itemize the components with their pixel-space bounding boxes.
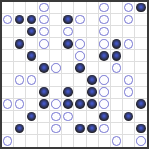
cell-r7c9[interactable] bbox=[99, 74, 111, 86]
black-pearl bbox=[75, 99, 85, 109]
cell-r7c2[interactable] bbox=[14, 74, 26, 86]
cell-r6c5[interactable] bbox=[50, 62, 62, 74]
white-pearl bbox=[51, 99, 61, 109]
cell-r12c7[interactable] bbox=[74, 135, 86, 147]
black-pearl bbox=[87, 124, 97, 134]
cell-r12c6[interactable] bbox=[62, 135, 74, 147]
cell-r6c8[interactable] bbox=[87, 62, 99, 74]
white-pearl bbox=[99, 99, 109, 109]
white-pearl bbox=[63, 27, 73, 37]
cell-r3c4[interactable] bbox=[38, 26, 50, 38]
cell-r12c1[interactable] bbox=[2, 135, 14, 147]
white-pearl bbox=[75, 39, 85, 49]
cell-r10c11[interactable] bbox=[123, 111, 135, 123]
cell-r4c1[interactable] bbox=[2, 38, 14, 50]
white-pearl bbox=[15, 75, 25, 85]
black-pearl bbox=[136, 99, 146, 109]
cell-r7c6[interactable] bbox=[62, 74, 74, 86]
cell-r4c12[interactable] bbox=[135, 38, 147, 50]
white-pearl bbox=[99, 87, 109, 97]
cell-r5c6[interactable] bbox=[62, 50, 74, 62]
cell-r6c6[interactable] bbox=[62, 62, 74, 74]
cell-r6c1[interactable] bbox=[2, 62, 14, 74]
white-pearl bbox=[39, 3, 49, 13]
black-pearl bbox=[15, 15, 25, 25]
cell-r11c4[interactable] bbox=[38, 123, 50, 135]
black-pearl bbox=[63, 15, 73, 25]
cell-r8c7[interactable] bbox=[74, 87, 86, 99]
cell-r9c8[interactable] bbox=[87, 99, 99, 111]
black-pearl bbox=[63, 87, 73, 97]
cell-r11c10[interactable] bbox=[111, 123, 123, 135]
cell-r1c11[interactable] bbox=[123, 2, 135, 14]
cell-r9c7[interactable] bbox=[74, 99, 86, 111]
cell-r11c3[interactable] bbox=[26, 123, 38, 135]
cell-r5c3[interactable] bbox=[26, 50, 38, 62]
black-pearl bbox=[136, 3, 146, 13]
cell-r10c7[interactable] bbox=[74, 111, 86, 123]
cell-r2c5[interactable] bbox=[50, 14, 62, 26]
cell-r2c8[interactable] bbox=[87, 14, 99, 26]
cell-r6c10[interactable] bbox=[111, 62, 123, 74]
cell-r3c5[interactable] bbox=[50, 26, 62, 38]
black-pearl bbox=[87, 87, 97, 97]
cell-r5c9[interactable] bbox=[99, 50, 111, 62]
cell-r9c3[interactable] bbox=[26, 99, 38, 111]
cell-r11c8[interactable] bbox=[87, 123, 99, 135]
cell-r3c9[interactable] bbox=[99, 26, 111, 38]
cell-r4c5[interactable] bbox=[50, 38, 62, 50]
cell-r12c3[interactable] bbox=[26, 135, 38, 147]
cell-r12c8[interactable] bbox=[87, 135, 99, 147]
white-pearl bbox=[3, 15, 13, 25]
cell-r8c10[interactable] bbox=[111, 87, 123, 99]
cell-r8c2[interactable] bbox=[14, 87, 26, 99]
cell-r9c5[interactable] bbox=[50, 99, 62, 111]
cell-r4c2[interactable] bbox=[14, 38, 26, 50]
cell-r4c8[interactable] bbox=[87, 38, 99, 50]
cell-r5c10[interactable] bbox=[111, 50, 123, 62]
cell-r1c4[interactable] bbox=[38, 2, 50, 14]
cell-r2c9[interactable] bbox=[99, 14, 111, 26]
cell-r3c10[interactable] bbox=[111, 26, 123, 38]
cell-r6c11[interactable] bbox=[123, 62, 135, 74]
cell-r10c12[interactable] bbox=[135, 111, 147, 123]
cell-r3c12[interactable] bbox=[135, 26, 147, 38]
cell-r5c8[interactable] bbox=[87, 50, 99, 62]
cell-r9c11[interactable] bbox=[123, 99, 135, 111]
white-pearl bbox=[99, 27, 109, 37]
cell-r2c4[interactable] bbox=[38, 14, 50, 26]
cell-r9c2[interactable] bbox=[14, 99, 26, 111]
cell-r7c4[interactable] bbox=[38, 74, 50, 86]
cell-r8c4[interactable] bbox=[38, 87, 50, 99]
black-pearl bbox=[27, 27, 37, 37]
black-pearl bbox=[27, 51, 37, 61]
cell-r10c1[interactable] bbox=[2, 111, 14, 123]
black-pearl bbox=[99, 112, 109, 122]
cell-r5c7[interactable] bbox=[74, 50, 86, 62]
white-pearl bbox=[99, 3, 109, 13]
cell-r7c1[interactable] bbox=[2, 74, 14, 86]
cell-r12c5[interactable] bbox=[50, 135, 62, 147]
cell-r7c11[interactable] bbox=[123, 74, 135, 86]
cell-r10c2[interactable] bbox=[14, 111, 26, 123]
cell-r8c6[interactable] bbox=[62, 87, 74, 99]
black-pearl bbox=[99, 51, 109, 61]
black-pearl bbox=[39, 99, 49, 109]
cell-r7c5[interactable] bbox=[50, 74, 62, 86]
cell-r9c10[interactable] bbox=[111, 99, 123, 111]
cell-r11c9[interactable] bbox=[99, 123, 111, 135]
white-pearl bbox=[51, 63, 61, 73]
black-pearl bbox=[75, 63, 85, 73]
cell-r4c6[interactable] bbox=[62, 38, 74, 50]
white-pearl bbox=[27, 75, 37, 85]
cell-r7c8[interactable] bbox=[87, 74, 99, 86]
white-pearl bbox=[112, 136, 122, 146]
white-pearl bbox=[124, 87, 134, 97]
cell-r2c6[interactable] bbox=[62, 14, 74, 26]
cell-r5c5[interactable] bbox=[50, 50, 62, 62]
white-pearl bbox=[124, 75, 134, 85]
black-pearl bbox=[75, 124, 85, 134]
white-pearl bbox=[99, 124, 109, 134]
cell-r6c7[interactable] bbox=[74, 62, 86, 74]
cell-r6c4[interactable] bbox=[38, 62, 50, 74]
cell-r3c1[interactable] bbox=[2, 26, 14, 38]
black-pearl bbox=[124, 112, 134, 122]
cell-r10c8[interactable] bbox=[87, 111, 99, 123]
cell-r6c2[interactable] bbox=[14, 62, 26, 74]
cell-r10c4[interactable] bbox=[38, 111, 50, 123]
black-pearl bbox=[27, 112, 37, 122]
cell-r1c3[interactable] bbox=[26, 2, 38, 14]
white-pearl bbox=[39, 27, 49, 37]
masyu-board bbox=[0, 0, 149, 149]
cell-r2c1[interactable] bbox=[2, 14, 14, 26]
cell-r2c12[interactable] bbox=[135, 14, 147, 26]
white-pearl bbox=[136, 136, 146, 146]
black-pearl bbox=[63, 39, 73, 49]
cell-r11c7[interactable] bbox=[74, 123, 86, 135]
black-pearl bbox=[15, 124, 25, 134]
cell-r12c10[interactable] bbox=[111, 135, 123, 147]
cell-r3c7[interactable] bbox=[74, 26, 86, 38]
cell-r11c1[interactable] bbox=[2, 123, 14, 135]
white-pearl bbox=[51, 124, 61, 134]
white-pearl bbox=[124, 3, 134, 13]
cell-r6c12[interactable] bbox=[135, 62, 147, 74]
cell-r1c6[interactable] bbox=[62, 2, 74, 14]
cell-r6c3[interactable] bbox=[26, 62, 38, 74]
black-pearl bbox=[39, 87, 49, 97]
cell-r7c7[interactable] bbox=[74, 74, 86, 86]
cell-r5c12[interactable] bbox=[135, 50, 147, 62]
cell-r4c9[interactable] bbox=[99, 38, 111, 50]
cell-r2c3[interactable] bbox=[26, 14, 38, 26]
cell-r11c11[interactable] bbox=[123, 123, 135, 135]
cell-r1c10[interactable] bbox=[111, 2, 123, 14]
black-pearl bbox=[15, 39, 25, 49]
cell-r2c10[interactable] bbox=[111, 14, 123, 26]
cell-r8c5[interactable] bbox=[50, 87, 62, 99]
cell-r10c9[interactable] bbox=[99, 111, 111, 123]
white-pearl bbox=[3, 136, 13, 146]
cell-r8c3[interactable] bbox=[26, 87, 38, 99]
white-pearl bbox=[99, 75, 109, 85]
cell-r8c1[interactable] bbox=[2, 87, 14, 99]
cell-r7c12[interactable] bbox=[135, 74, 147, 86]
white-pearl bbox=[99, 15, 109, 25]
cell-r1c2[interactable] bbox=[14, 2, 26, 14]
white-pearl bbox=[51, 112, 61, 122]
white-pearl bbox=[99, 39, 109, 49]
cell-r2c7[interactable] bbox=[74, 14, 86, 26]
cell-r8c12[interactable] bbox=[135, 87, 147, 99]
white-pearl bbox=[112, 63, 122, 73]
black-pearl bbox=[63, 99, 73, 109]
cell-r12c11[interactable] bbox=[123, 135, 135, 147]
cell-r4c4[interactable] bbox=[38, 38, 50, 50]
cell-r1c12[interactable] bbox=[135, 2, 147, 14]
cell-r1c9[interactable] bbox=[99, 2, 111, 14]
white-pearl bbox=[63, 112, 73, 122]
cell-r3c2[interactable] bbox=[14, 26, 26, 38]
cell-r11c2[interactable] bbox=[14, 123, 26, 135]
cell-r3c11[interactable] bbox=[123, 26, 135, 38]
cell-r8c11[interactable] bbox=[123, 87, 135, 99]
cell-r2c11[interactable] bbox=[123, 14, 135, 26]
cell-r9c4[interactable] bbox=[38, 99, 50, 111]
black-pearl bbox=[112, 51, 122, 61]
white-pearl bbox=[75, 51, 85, 61]
cell-r2c2[interactable] bbox=[14, 14, 26, 26]
cell-r9c6[interactable] bbox=[62, 99, 74, 111]
black-pearl bbox=[87, 99, 97, 109]
black-pearl bbox=[39, 63, 49, 73]
cell-r5c1[interactable] bbox=[2, 50, 14, 62]
cell-r11c12[interactable] bbox=[135, 123, 147, 135]
cell-r10c6[interactable] bbox=[62, 111, 74, 123]
cell-r4c7[interactable] bbox=[74, 38, 86, 50]
white-pearl bbox=[124, 39, 134, 49]
cell-r10c10[interactable] bbox=[111, 111, 123, 123]
black-pearl bbox=[87, 75, 97, 85]
black-pearl bbox=[136, 124, 146, 134]
cell-r1c1[interactable] bbox=[2, 2, 14, 14]
cell-r8c8[interactable] bbox=[87, 87, 99, 99]
cell-r10c5[interactable] bbox=[50, 111, 62, 123]
cell-r7c10[interactable] bbox=[111, 74, 123, 86]
white-pearl bbox=[3, 99, 13, 109]
cell-r3c3[interactable] bbox=[26, 26, 38, 38]
cell-r4c3[interactable] bbox=[26, 38, 38, 50]
white-pearl bbox=[39, 15, 49, 25]
cell-r9c12[interactable] bbox=[135, 99, 147, 111]
white-pearl bbox=[15, 99, 25, 109]
white-pearl bbox=[124, 15, 134, 25]
cell-r3c6[interactable] bbox=[62, 26, 74, 38]
white-pearl bbox=[39, 39, 49, 49]
cell-r12c9[interactable] bbox=[99, 135, 111, 147]
cell-r10c3[interactable] bbox=[26, 111, 38, 123]
cell-r4c10[interactable] bbox=[111, 38, 123, 50]
cell-r5c2[interactable] bbox=[14, 50, 26, 62]
black-pearl bbox=[112, 39, 122, 49]
cell-r5c4[interactable] bbox=[38, 50, 50, 62]
cell-r8c9[interactable] bbox=[99, 87, 111, 99]
cell-r11c6[interactable] bbox=[62, 123, 74, 135]
cell-r1c5[interactable] bbox=[50, 2, 62, 14]
cell-r12c4[interactable] bbox=[38, 135, 50, 147]
cell-r4c11[interactable] bbox=[123, 38, 135, 50]
cell-r1c7[interactable] bbox=[74, 2, 86, 14]
white-pearl bbox=[75, 15, 85, 25]
cell-r6c9[interactable] bbox=[99, 62, 111, 74]
cell-r9c9[interactable] bbox=[99, 99, 111, 111]
cell-r3c8[interactable] bbox=[87, 26, 99, 38]
cell-r1c8[interactable] bbox=[87, 2, 99, 14]
cell-r12c12[interactable] bbox=[135, 135, 147, 147]
cell-r11c5[interactable] bbox=[50, 123, 62, 135]
black-pearl bbox=[27, 15, 37, 25]
cell-r12c2[interactable] bbox=[14, 135, 26, 147]
cell-r9c1[interactable] bbox=[2, 99, 14, 111]
cell-r7c3[interactable] bbox=[26, 74, 38, 86]
cell-r5c11[interactable] bbox=[123, 50, 135, 62]
